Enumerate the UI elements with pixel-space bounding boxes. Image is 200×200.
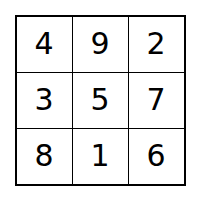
cell-r0c1: 9 <box>73 17 128 72</box>
cell-r0c2: 2 <box>129 17 184 72</box>
cell-r2c1: 1 <box>73 129 128 184</box>
magic-square-board: 4 9 2 3 5 7 8 1 6 <box>15 15 186 186</box>
cell-r1c2: 7 <box>129 73 184 128</box>
cell-r1c1: 5 <box>73 73 128 128</box>
cell-r0c0: 4 <box>17 17 72 72</box>
canvas: 4 9 2 3 5 7 8 1 6 <box>0 0 200 200</box>
cell-r2c2: 6 <box>129 129 184 184</box>
cell-r2c0: 8 <box>17 129 72 184</box>
cell-r1c0: 3 <box>17 73 72 128</box>
